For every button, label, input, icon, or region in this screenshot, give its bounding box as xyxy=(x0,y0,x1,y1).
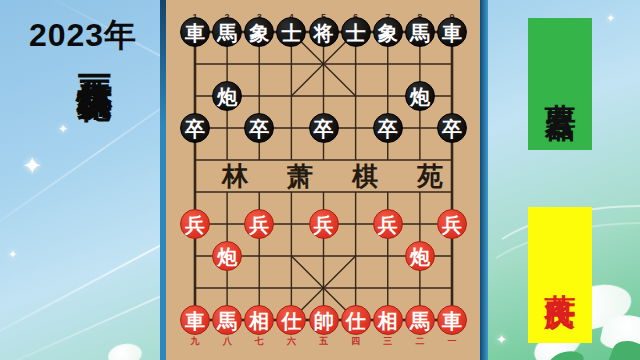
file-number-bottom: 六 xyxy=(281,336,301,346)
piece-black-soldier[interactable]: 卒 xyxy=(373,113,403,143)
piece-black-soldier[interactable]: 卒 xyxy=(309,113,339,143)
player-tag-red: 蒋庆民 xyxy=(528,207,592,343)
piece-black-horse[interactable]: 馬 xyxy=(212,17,242,47)
piece-red-chariot[interactable]: 車 xyxy=(437,305,467,335)
piece-red-horse[interactable]: 馬 xyxy=(212,305,242,335)
piece-red-elephant[interactable]: 相 xyxy=(373,305,403,335)
file-number-bottom: 九 xyxy=(185,336,205,346)
xiangqi-board[interactable]: 123456789九八七六五四三二一林萧棋苑車馬象士将士象馬車炮炮卒卒卒卒卒兵兵… xyxy=(166,0,480,360)
piece-red-cannon[interactable]: 炮 xyxy=(405,241,435,271)
sparkle-icon: ✦ xyxy=(606,12,615,25)
board-right-border xyxy=(480,0,488,360)
event-title-panel: 开泰杯快棋第一轮 xyxy=(12,52,178,352)
piece-black-chariot[interactable]: 車 xyxy=(180,17,210,47)
file-number-bottom: 五 xyxy=(314,336,334,346)
player-tag-black: 曹岩磊 xyxy=(528,18,592,150)
file-number-bottom: 三 xyxy=(378,336,398,346)
piece-black-cannon[interactable]: 炮 xyxy=(212,81,242,111)
piece-red-general[interactable]: 帥 xyxy=(309,305,339,335)
river-text: 萧 xyxy=(283,161,317,191)
piece-red-advisor[interactable]: 仕 xyxy=(341,305,371,335)
piece-red-soldier[interactable]: 兵 xyxy=(180,209,210,239)
file-number-bottom: 一 xyxy=(442,336,462,346)
piece-black-elephant[interactable]: 象 xyxy=(373,17,403,47)
file-number-bottom: 二 xyxy=(410,336,430,346)
river-text: 林 xyxy=(218,161,252,191)
file-number-bottom: 四 xyxy=(346,336,366,346)
piece-black-horse[interactable]: 馬 xyxy=(405,17,435,47)
file-number-bottom: 七 xyxy=(249,336,269,346)
file-number-bottom: 八 xyxy=(217,336,237,346)
player-name-red: 蒋庆民 xyxy=(545,269,576,281)
piece-red-horse[interactable]: 馬 xyxy=(405,305,435,335)
piece-black-chariot[interactable]: 車 xyxy=(437,17,467,47)
piece-red-soldier[interactable]: 兵 xyxy=(309,209,339,239)
piece-black-general[interactable]: 将 xyxy=(309,17,339,47)
piece-red-cannon[interactable]: 炮 xyxy=(212,241,242,271)
piece-black-cannon[interactable]: 炮 xyxy=(405,81,435,111)
piece-black-soldier[interactable]: 卒 xyxy=(437,113,467,143)
screenshot-root: ✦ ✦ ✦ ✦ ✦ ✦ 2023年 开泰杯快棋第一轮 123456789九八七六… xyxy=(0,0,640,360)
player-name-black: 曹岩磊 xyxy=(545,78,576,90)
river-text: 棋 xyxy=(348,161,382,191)
piece-red-soldier[interactable]: 兵 xyxy=(437,209,467,239)
river-text: 苑 xyxy=(413,161,447,191)
sparkle-icon: ✦ xyxy=(496,332,507,347)
piece-black-advisor[interactable]: 士 xyxy=(341,17,371,47)
piece-black-soldier[interactable]: 卒 xyxy=(180,113,210,143)
event-title-vertical: 开泰杯快棋第一轮 xyxy=(78,52,113,352)
piece-red-soldier[interactable]: 兵 xyxy=(373,209,403,239)
piece-red-chariot[interactable]: 車 xyxy=(180,305,210,335)
